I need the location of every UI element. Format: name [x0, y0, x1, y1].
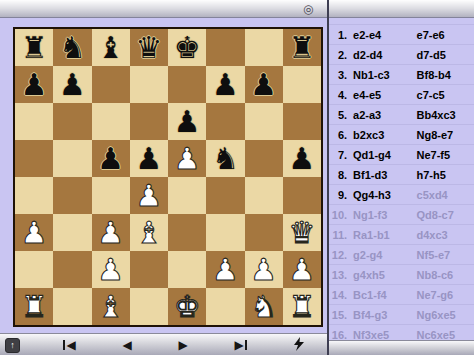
move-number: 7. — [329, 149, 347, 161]
move-number: 6. — [329, 129, 347, 141]
move-number: 15. — [329, 309, 347, 321]
square-a7[interactable]: ♟ — [15, 66, 53, 103]
move-list-panel: 1.e2-e4e7-e62.d2-d4d7-d53.Nb1-c3Bf8-b44.… — [329, 0, 474, 355]
piece-white-knight-icon[interactable]: ♞ — [250, 292, 277, 322]
skip-to-end-icon — [245, 340, 247, 350]
square-d2[interactable] — [130, 251, 168, 288]
piece-white-bishop-icon[interactable]: ♝ — [97, 292, 124, 322]
piece-white-queen-icon[interactable]: ♛ — [288, 218, 315, 248]
square-h3[interactable]: ♛ — [283, 214, 321, 251]
black-move[interactable]: Nb8-c6 — [417, 269, 474, 281]
white-move[interactable]: g4xh5 — [353, 269, 410, 281]
move-row: 1.e2-e4e7-e6 — [329, 25, 474, 45]
square-a8[interactable]: ♜ — [15, 29, 53, 66]
move-number: 3. — [329, 69, 347, 81]
square-a1[interactable]: ♜ — [15, 288, 53, 325]
black-move[interactable]: Ng8-e7 — [417, 129, 474, 141]
black-move[interactable]: c7-c5 — [417, 89, 474, 101]
square-g7[interactable]: ♟ — [245, 66, 283, 103]
square-d7[interactable] — [130, 66, 168, 103]
piece-white-pawn-icon[interactable]: ♟ — [97, 218, 124, 248]
move-row: 2.d2-d4d7-d5 — [329, 45, 474, 65]
white-move[interactable]: e4-e5 — [353, 89, 410, 101]
square-a3[interactable]: ♟ — [15, 214, 53, 251]
black-move[interactable]: h7-h5 — [417, 169, 474, 181]
piece-white-pawn-icon[interactable]: ♟ — [21, 218, 48, 248]
piece-black-knight-icon[interactable]: ♞ — [59, 33, 86, 63]
step-back-icon: ◀ — [122, 339, 131, 351]
piece-white-pawn-icon[interactable]: ♟ — [97, 255, 124, 285]
engine-move-button[interactable] — [294, 337, 304, 353]
move-number: 10. — [329, 209, 347, 221]
square-c5[interactable]: ♟ — [92, 140, 130, 177]
square-f2[interactable]: ♟ — [206, 251, 244, 288]
move-row: 6.b2xc3Ng8-e7 — [329, 125, 474, 145]
square-b6[interactable] — [53, 103, 91, 140]
square-h8[interactable]: ♜ — [283, 29, 321, 66]
bottom-toolbar: ↑ ◀◀▶▶ — [0, 333, 327, 355]
move-number: 16. — [329, 329, 347, 341]
black-move[interactable]: Ng6xe5 — [417, 309, 474, 321]
square-a6[interactable] — [15, 103, 53, 140]
move-row: 14.Bc1-f4Ne7-g6 — [329, 285, 474, 305]
square-g3[interactable] — [245, 214, 283, 251]
square-e7[interactable] — [168, 66, 206, 103]
black-move[interactable]: d4xc3 — [417, 229, 474, 241]
move-row: 7.Qd1-g4Ne7-f5 — [329, 145, 474, 165]
square-h5[interactable]: ♟ — [283, 140, 321, 177]
move-row: 13.g4xh5Nb8-c6 — [329, 265, 474, 285]
piece-white-pawn-icon[interactable]: ♟ — [174, 144, 201, 174]
square-h7[interactable] — [283, 66, 321, 103]
white-move[interactable]: Qd1-g4 — [353, 149, 410, 161]
black-move[interactable]: d7-d5 — [417, 49, 474, 61]
square-g1[interactable]: ♞ — [245, 288, 283, 325]
white-move[interactable]: Nf3xe5 — [353, 329, 410, 341]
step-back-button[interactable]: ◀ — [122, 339, 131, 351]
square-f6[interactable] — [206, 103, 244, 140]
white-move[interactable]: Bc1-f4 — [353, 289, 410, 301]
piece-black-rook-icon[interactable]: ♜ — [288, 33, 315, 63]
square-d3[interactable]: ♝ — [130, 214, 168, 251]
skip-to-start-button[interactable]: ◀ — [63, 339, 75, 351]
piece-white-pawn-icon[interactable]: ♟ — [212, 255, 239, 285]
share-icon: ↑ — [10, 340, 15, 350]
piece-white-pawn-icon[interactable]: ♟ — [250, 255, 277, 285]
square-h1[interactable]: ♜ — [283, 288, 321, 325]
piece-black-bishop-icon[interactable]: ♝ — [97, 33, 124, 63]
square-a2[interactable] — [15, 251, 53, 288]
square-c6[interactable] — [92, 103, 130, 140]
square-c1[interactable]: ♝ — [92, 288, 130, 325]
chess-app-window: ♜♞♝♛♚♜♟♟♟♟♟♟♟♟♞♟♟♟♟♝♛♟♟♟♟♜♝♚♞♜ 1.e2-e4e7… — [0, 0, 474, 355]
move-row: 11.Ra1-b1d4xc3 — [329, 225, 474, 245]
square-b8[interactable]: ♞ — [53, 29, 91, 66]
square-c4[interactable] — [92, 177, 130, 214]
move-number: 4. — [329, 89, 347, 101]
piece-white-rook-icon[interactable]: ♜ — [288, 292, 315, 322]
piece-black-king-icon[interactable]: ♚ — [174, 33, 201, 63]
square-a4[interactable] — [15, 177, 53, 214]
engine-move-icon — [294, 337, 304, 353]
square-h6[interactable] — [283, 103, 321, 140]
move-number: 9. — [329, 189, 347, 201]
piece-black-pawn-icon[interactable]: ♟ — [97, 144, 124, 174]
step-forward-button[interactable]: ▶ — [179, 339, 188, 351]
square-b3[interactable] — [53, 214, 91, 251]
move-number: 5. — [329, 109, 347, 121]
square-e4[interactable] — [168, 177, 206, 214]
chess-board: ♜♞♝♛♚♜♟♟♟♟♟♟♟♟♞♟♟♟♟♝♛♟♟♟♟♜♝♚♞♜ — [13, 27, 323, 327]
square-e2[interactable] — [168, 251, 206, 288]
black-move[interactable]: Nc6xe5 — [417, 329, 474, 341]
move-row: 8.Bf1-d3h7-h5 — [329, 165, 474, 185]
piece-black-rook-icon[interactable]: ♜ — [21, 33, 48, 63]
square-e3[interactable] — [168, 214, 206, 251]
square-f7[interactable]: ♟ — [206, 66, 244, 103]
move-number: 11. — [329, 229, 347, 241]
move-row: 4.e4-e5c7-c5 — [329, 85, 474, 105]
target-icon[interactable]: ◎ — [303, 1, 313, 17]
square-b1[interactable] — [53, 288, 91, 325]
move-number: 1. — [329, 29, 347, 41]
piece-white-pawn-icon[interactable]: ♟ — [288, 255, 315, 285]
share-button[interactable]: ↑ — [5, 338, 20, 353]
square-d5[interactable]: ♟ — [130, 140, 168, 177]
square-c2[interactable]: ♟ — [92, 251, 130, 288]
black-move[interactable]: Nf5-e7 — [417, 249, 474, 261]
black-move[interactable]: e7-e6 — [417, 29, 474, 41]
square-e8[interactable]: ♚ — [168, 29, 206, 66]
square-g8[interactable] — [245, 29, 283, 66]
move-list: 1.e2-e4e7-e62.d2-d4d7-d53.Nb1-c3Bf8-b44.… — [329, 24, 474, 345]
white-move[interactable]: Bf4-g3 — [353, 309, 410, 321]
square-g4[interactable] — [245, 177, 283, 214]
move-number: 13. — [329, 269, 347, 281]
skip-to-end-button[interactable]: ▶ — [235, 339, 247, 351]
black-move[interactable]: Bb4xc3 — [417, 109, 474, 121]
square-c3[interactable]: ♟ — [92, 214, 130, 251]
top-toolbar: ◎ — [0, 0, 474, 18]
white-move[interactable]: g2-g4 — [353, 249, 410, 261]
piece-white-bishop-icon[interactable]: ♝ — [135, 218, 162, 248]
square-e1[interactable]: ♚ — [168, 288, 206, 325]
white-move[interactable]: b2xc3 — [353, 129, 410, 141]
piece-black-pawn-icon[interactable]: ♟ — [288, 144, 315, 174]
square-g5[interactable] — [245, 140, 283, 177]
piece-black-pawn-icon[interactable]: ♟ — [250, 70, 277, 100]
step-forward-icon: ▶ — [179, 339, 188, 351]
skip-to-start-icon — [63, 340, 65, 350]
square-d8[interactable]: ♛ — [130, 29, 168, 66]
playback-controls: ◀◀▶▶ — [40, 334, 327, 355]
move-number: 12. — [329, 249, 347, 261]
square-f5[interactable]: ♞ — [206, 140, 244, 177]
black-move[interactable]: Ne7-f5 — [417, 149, 474, 161]
square-f3[interactable] — [206, 214, 244, 251]
square-h2[interactable]: ♟ — [283, 251, 321, 288]
move-list-bottom-bar — [329, 340, 474, 355]
move-number: 14. — [329, 289, 347, 301]
square-d6[interactable] — [130, 103, 168, 140]
black-move[interactable]: Bf8-b4 — [417, 69, 474, 81]
square-g6[interactable] — [245, 103, 283, 140]
white-move[interactable]: Qg4-h3 — [353, 189, 410, 201]
skip-to-end-icon: ▶ — [235, 339, 244, 351]
square-f1[interactable] — [206, 288, 244, 325]
piece-black-knight-icon[interactable]: ♞ — [212, 144, 239, 174]
square-b5[interactable] — [53, 140, 91, 177]
white-move[interactable]: Ra1-b1 — [353, 229, 410, 241]
white-move[interactable]: e2-e4 — [353, 29, 410, 41]
black-move[interactable]: Qd8-c7 — [417, 209, 474, 221]
square-a5[interactable] — [15, 140, 53, 177]
square-b4[interactable] — [53, 177, 91, 214]
piece-black-pawn-icon[interactable]: ♟ — [174, 107, 201, 137]
piece-black-pawn-icon[interactable]: ♟ — [59, 70, 86, 100]
black-move[interactable]: c5xd4 — [417, 189, 474, 201]
piece-white-rook-icon[interactable]: ♜ — [21, 292, 48, 322]
panel-divider — [327, 0, 329, 355]
piece-white-pawn-icon[interactable]: ♟ — [135, 181, 162, 211]
white-move[interactable]: Bf1-d3 — [353, 169, 410, 181]
move-row: 10.Ng1-f3Qd8-c7 — [329, 205, 474, 225]
white-move[interactable]: Ng1-f3 — [353, 209, 410, 221]
square-b7[interactable]: ♟ — [53, 66, 91, 103]
square-e6[interactable]: ♟ — [168, 103, 206, 140]
move-row: 3.Nb1-c3Bf8-b4 — [329, 65, 474, 85]
white-move[interactable]: d2-d4 — [353, 49, 410, 61]
move-row: 12.g2-g4Nf5-e7 — [329, 245, 474, 265]
piece-black-pawn-icon[interactable]: ♟ — [135, 144, 162, 174]
black-move[interactable]: Ne7-g6 — [417, 289, 474, 301]
move-number: 2. — [329, 49, 347, 61]
skip-to-start-icon: ◀ — [66, 339, 75, 351]
square-b2[interactable] — [53, 251, 91, 288]
square-g2[interactable]: ♟ — [245, 251, 283, 288]
piece-black-pawn-icon[interactable]: ♟ — [212, 70, 239, 100]
square-c8[interactable]: ♝ — [92, 29, 130, 66]
white-move[interactable]: Nb1-c3 — [353, 69, 410, 81]
square-c7[interactable] — [92, 66, 130, 103]
square-d1[interactable] — [130, 288, 168, 325]
piece-black-queen-icon[interactable]: ♛ — [135, 33, 162, 63]
move-row: 5.a2-a3Bb4xc3 — [329, 105, 474, 125]
square-h4[interactable] — [283, 177, 321, 214]
piece-white-king-icon[interactable]: ♚ — [174, 292, 201, 322]
move-row: 9.Qg4-h3c5xd4 — [329, 185, 474, 205]
white-move[interactable]: a2-a3 — [353, 109, 410, 121]
move-number: 8. — [329, 169, 347, 181]
move-row: 15.Bf4-g3Ng6xe5 — [329, 305, 474, 325]
square-f4[interactable] — [206, 177, 244, 214]
piece-black-pawn-icon[interactable]: ♟ — [21, 70, 48, 100]
square-f8[interactable] — [206, 29, 244, 66]
square-e5[interactable]: ♟ — [168, 140, 206, 177]
square-d4[interactable]: ♟ — [130, 177, 168, 214]
